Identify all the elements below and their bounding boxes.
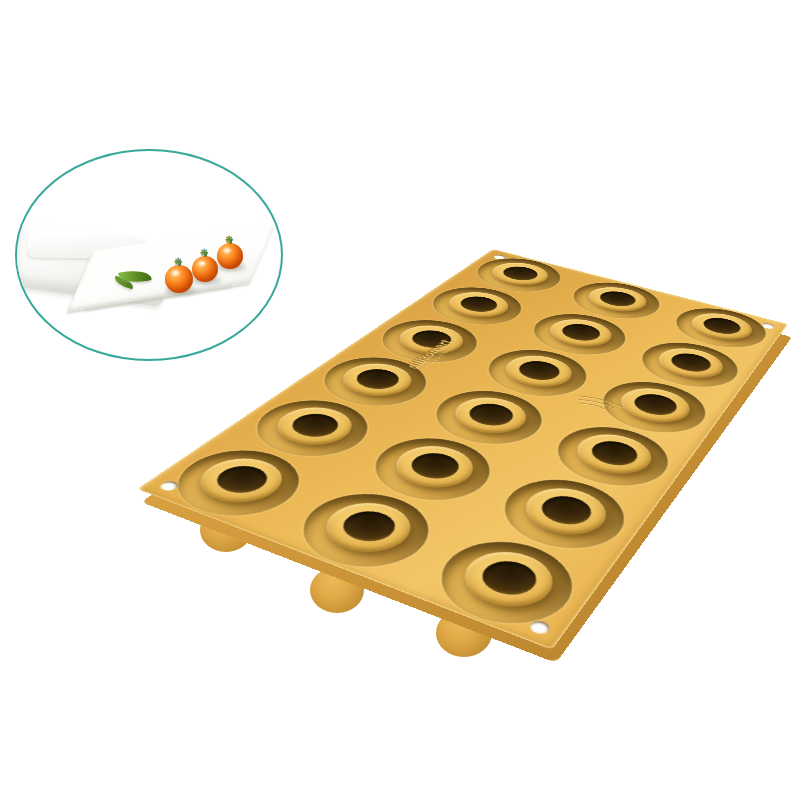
- cavity-hole: [208, 461, 277, 498]
- cavity-ring: [439, 288, 519, 323]
- cavity-ring: [540, 314, 620, 352]
- tomato-calyx-icon: ❋: [174, 257, 182, 267]
- cavity-hole: [628, 390, 682, 419]
- inset-photo: ❋❋❋: [15, 149, 283, 361]
- cavity-hole: [284, 410, 347, 442]
- tomato-highlight: [171, 269, 181, 276]
- cavity-hole: [666, 350, 716, 375]
- cavity-ring: [565, 427, 661, 481]
- cavity-ring: [310, 495, 425, 562]
- cavity-ring: [382, 439, 486, 496]
- cavity-hole: [462, 400, 520, 430]
- tomato-calyx-icon: ❋: [200, 248, 208, 258]
- tomato-highlight: [223, 247, 232, 254]
- cherry-tomato: [165, 265, 193, 293]
- cavity-hole: [595, 289, 641, 309]
- cavity-grid: [493, 249, 788, 324]
- cavity-ring: [512, 480, 617, 543]
- cavity-ring: [263, 401, 366, 453]
- cavity-ring: [683, 309, 758, 345]
- cavity-hole: [699, 315, 745, 337]
- cavity-ring: [649, 343, 730, 384]
- tomato-calyx-icon: ❋: [225, 235, 233, 245]
- cavity-hole: [334, 506, 405, 547]
- cavity-hole: [403, 449, 467, 484]
- cherry-tomato: [192, 256, 218, 282]
- cavity-hole: [513, 358, 566, 384]
- cavity-ring: [483, 259, 557, 290]
- cavity-hole: [473, 555, 545, 601]
- cavity-hole: [498, 264, 543, 283]
- cavity-ring: [495, 350, 582, 393]
- cavity-hole: [455, 294, 504, 315]
- product-photo-stage: ❋❋❋ silikomart professional: [0, 0, 800, 800]
- cavity-ring: [580, 283, 655, 316]
- cavity-ring: [184, 451, 297, 511]
- cavity-ring: [443, 391, 538, 440]
- cherry-tomato: [217, 243, 243, 269]
- cavity-hole: [556, 321, 605, 344]
- cavity-hole: [534, 491, 599, 530]
- tomato-highlight: [198, 260, 207, 267]
- cavity-hole: [585, 437, 644, 470]
- cavity-ring: [449, 542, 566, 617]
